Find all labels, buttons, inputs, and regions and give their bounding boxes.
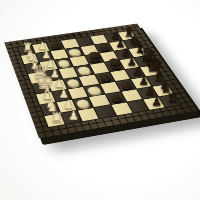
square-light (78, 108, 99, 121)
board-playing-area: ♜♟♟♜♞♟♟♞♝♟♟♝♛♟♟♛♚♟♟♚♝♟♟♝♞♟♟♞♜♟♟♜ (16, 30, 181, 128)
light-checker-disc (77, 66, 91, 74)
dark-checker-disc (97, 44, 110, 51)
dark-checker-disc (97, 73, 111, 81)
square-dark (95, 105, 116, 118)
square-light: ♝ (129, 47, 148, 57)
product-photo-background: ♜♟♟♜♞♟♟♞♝♟♟♝♛♟♟♛♚♟♟♚♝♟♟♝♞♟♟♞♜♟♟♜ (0, 0, 200, 200)
square-dark: ♝ (146, 74, 166, 86)
black-rook-piece: ♜ (122, 27, 136, 39)
black-bishop-piece: ♝ (151, 69, 166, 84)
dark-checker-disc (108, 93, 123, 102)
square-light: ♞ (152, 84, 173, 96)
white-pawn-piece: ♟ (51, 78, 67, 89)
light-checker-disc (68, 49, 81, 57)
square-light (59, 67, 78, 78)
square-dark: ♟ (61, 111, 82, 124)
light-checker-disc (66, 78, 80, 87)
chess-set-photo-scene: ♜♟♟♜♞♟♟♞♝♟♟♝♛♟♟♛♚♟♟♚♝♟♟♝♞♟♟♞♜♟♟♜ (0, 0, 200, 200)
square-light (79, 74, 98, 86)
dark-checker-disc (49, 42, 62, 49)
light-checker-disc (76, 99, 91, 108)
light-checker-disc (87, 86, 102, 95)
square-light: ♟ (40, 60, 58, 71)
light-checker-disc (57, 60, 70, 68)
chess-board: ♜♟♟♜♞♟♟♞♝♟♟♝♛♟♟♛♚♟♟♚♝♟♟♝♞♟♟♞♜♟♟♜ (4, 24, 198, 139)
dark-checker-disc (118, 81, 133, 90)
